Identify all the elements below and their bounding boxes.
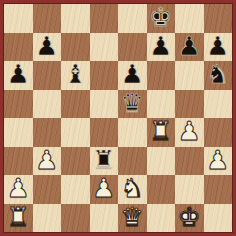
piece-black-pawn[interactable]: ♟ <box>7 61 30 87</box>
piece-white-rook[interactable]: ♜ <box>149 118 172 144</box>
square-f5[interactable] <box>147 90 176 119</box>
square-f4[interactable]: ♜ <box>147 118 176 147</box>
square-d2[interactable]: ♟ <box>90 175 119 204</box>
square-g8[interactable] <box>175 4 204 33</box>
square-a6[interactable]: ♟ <box>4 61 33 90</box>
square-h6[interactable]: ♞ <box>204 61 233 90</box>
square-b5[interactable] <box>33 90 62 119</box>
square-b7[interactable]: ♟ <box>33 33 62 62</box>
square-e5[interactable]: ♛ <box>118 90 147 119</box>
piece-black-rook[interactable]: ♜ <box>92 147 115 173</box>
square-g6[interactable] <box>175 61 204 90</box>
square-e1[interactable]: ♛ <box>118 204 147 233</box>
piece-white-queen[interactable]: ♛ <box>121 204 144 230</box>
square-h5[interactable] <box>204 90 233 119</box>
square-b8[interactable] <box>33 4 62 33</box>
square-e3[interactable] <box>118 147 147 176</box>
square-f1[interactable] <box>147 204 176 233</box>
square-h2[interactable] <box>204 175 233 204</box>
piece-black-pawn[interactable]: ♟ <box>121 61 144 87</box>
piece-white-pawn[interactable]: ♟ <box>35 147 58 173</box>
piece-white-pawn[interactable]: ♟ <box>7 175 30 201</box>
square-a1[interactable]: ♜ <box>4 204 33 233</box>
square-a3[interactable] <box>4 147 33 176</box>
square-g3[interactable] <box>175 147 204 176</box>
square-g5[interactable] <box>175 90 204 119</box>
square-c6[interactable]: ♝ <box>61 61 90 90</box>
piece-black-knight[interactable]: ♞ <box>206 61 229 87</box>
piece-white-pawn[interactable]: ♟ <box>206 147 229 173</box>
square-b3[interactable]: ♟ <box>33 147 62 176</box>
square-f8[interactable]: ♚ <box>147 4 176 33</box>
square-d4[interactable] <box>90 118 119 147</box>
square-h7[interactable]: ♟ <box>204 33 233 62</box>
square-c5[interactable] <box>61 90 90 119</box>
square-h1[interactable] <box>204 204 233 233</box>
piece-white-rook[interactable]: ♜ <box>7 204 30 230</box>
piece-black-pawn[interactable]: ♟ <box>149 33 172 59</box>
piece-black-pawn[interactable]: ♟ <box>178 33 201 59</box>
square-f7[interactable]: ♟ <box>147 33 176 62</box>
square-d6[interactable] <box>90 61 119 90</box>
square-e6[interactable]: ♟ <box>118 61 147 90</box>
square-c1[interactable] <box>61 204 90 233</box>
square-h3[interactable]: ♟ <box>204 147 233 176</box>
square-e2[interactable]: ♞ <box>118 175 147 204</box>
square-a8[interactable] <box>4 4 33 33</box>
piece-black-bishop[interactable]: ♝ <box>64 61 87 87</box>
square-g4[interactable]: ♟ <box>175 118 204 147</box>
square-d5[interactable] <box>90 90 119 119</box>
square-d1[interactable] <box>90 204 119 233</box>
square-g2[interactable] <box>175 175 204 204</box>
square-b4[interactable] <box>33 118 62 147</box>
square-a7[interactable] <box>4 33 33 62</box>
square-e4[interactable] <box>118 118 147 147</box>
square-h8[interactable] <box>204 4 233 33</box>
square-d7[interactable] <box>90 33 119 62</box>
piece-white-pawn[interactable]: ♟ <box>92 175 115 201</box>
square-c4[interactable] <box>61 118 90 147</box>
square-c2[interactable] <box>61 175 90 204</box>
square-a4[interactable] <box>4 118 33 147</box>
square-c3[interactable] <box>61 147 90 176</box>
square-b1[interactable] <box>33 204 62 233</box>
piece-black-king[interactable]: ♚ <box>149 4 172 30</box>
piece-white-pawn[interactable]: ♟ <box>178 118 201 144</box>
chess-board: ♚♟♟♟♟♟♝♟♞♛♜♟♟♜♟♟♟♞♜♛♚ <box>0 0 236 236</box>
square-g1[interactable]: ♚ <box>175 204 204 233</box>
piece-black-queen[interactable]: ♛ <box>121 90 144 116</box>
square-d3[interactable]: ♜ <box>90 147 119 176</box>
square-d8[interactable] <box>90 4 119 33</box>
piece-black-pawn[interactable]: ♟ <box>206 33 229 59</box>
square-g7[interactable]: ♟ <box>175 33 204 62</box>
square-b2[interactable] <box>33 175 62 204</box>
piece-black-pawn[interactable]: ♟ <box>35 33 58 59</box>
square-a2[interactable]: ♟ <box>4 175 33 204</box>
square-b6[interactable] <box>33 61 62 90</box>
square-h4[interactable] <box>204 118 233 147</box>
square-f3[interactable] <box>147 147 176 176</box>
square-f2[interactable] <box>147 175 176 204</box>
square-c7[interactable] <box>61 33 90 62</box>
square-f6[interactable] <box>147 61 176 90</box>
square-c8[interactable] <box>61 4 90 33</box>
square-e8[interactable] <box>118 4 147 33</box>
piece-white-knight[interactable]: ♞ <box>121 175 144 201</box>
chess-squares: ♚♟♟♟♟♟♝♟♞♛♜♟♟♜♟♟♟♞♜♛♚ <box>4 4 232 232</box>
square-e7[interactable] <box>118 33 147 62</box>
piece-white-king[interactable]: ♚ <box>178 204 201 230</box>
square-a5[interactable] <box>4 90 33 119</box>
